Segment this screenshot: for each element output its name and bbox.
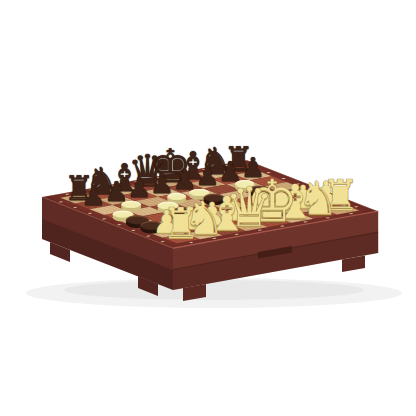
dark-pawn-f7[interactable]: ♟: [195, 162, 220, 189]
dark-pawn-c7[interactable]: ♟: [127, 174, 152, 201]
product-photo-canvas: ♜♞♝♛♚♝♞♜♟♟♟♟♟♟♟♟♟♟♟♟♟♟♟♟♜♞♝♛♚♝♞♜: [0, 0, 416, 416]
light-rook-a1[interactable]: ♜: [162, 203, 200, 245]
light-checker-disc-b6[interactable]: [121, 201, 141, 209]
dark-pawn-a7[interactable]: ♟: [81, 182, 106, 209]
